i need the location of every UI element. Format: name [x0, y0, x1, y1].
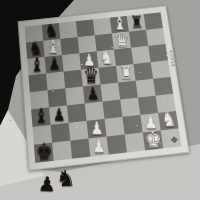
black-bishop-c8[interactable]: ♝ [28, 54, 46, 75]
square-d7[interactable] [46, 72, 65, 91]
square-f7[interactable]: ♟ [49, 105, 69, 124]
square-c7[interactable]: ♟ [45, 55, 64, 73]
black-pawn-c7[interactable]: ♟ [46, 52, 64, 73]
captured-black-pawn: ♟ [37, 172, 56, 197]
square-b6[interactable] [60, 37, 79, 55]
board-grid: ♞♝♜♞♝♛♝♟♟♞♛♜♟♝♟♟♟♞♚♟♚❖ [25, 12, 182, 163]
black-pawn-f7[interactable]: ♟ [50, 102, 69, 124]
white-queen-b3[interactable]: ♛ [113, 28, 132, 49]
square-b1[interactable] [146, 28, 166, 46]
square-e3[interactable] [118, 81, 138, 100]
dust-speckles-background [0, 0, 1, 1]
white-knight-c4[interactable]: ♞ [97, 46, 116, 67]
square-h8[interactable]: ♚ [34, 143, 54, 163]
square-h3[interactable] [125, 132, 145, 152]
square-c1[interactable] [148, 44, 168, 62]
black-rook-a2[interactable]: ♜ [127, 11, 145, 31]
square-h5[interactable]: ♟ [88, 137, 108, 157]
square-g3[interactable] [122, 115, 142, 135]
square-c8[interactable]: ♝ [27, 57, 46, 75]
square-f8[interactable]: ♝ [31, 107, 50, 126]
square-a1[interactable] [144, 12, 163, 30]
white-pawn-h5[interactable]: ♟ [89, 133, 108, 156]
photo-of-chessboard: ♞♝♜♞♝♛♝♟♟♞♛♜♟♝♟♟♟♞♚♟♚❖ CHESS ♟ ♞ [0, 0, 200, 200]
square-c6[interactable] [62, 53, 81, 71]
black-pawn-e5[interactable]: ♟ [84, 81, 103, 103]
square-d1[interactable] [151, 60, 171, 78]
square-d6[interactable] [64, 70, 83, 89]
square-e1[interactable] [153, 77, 173, 96]
square-h1[interactable]: ❖ [161, 128, 182, 148]
white-king-h2[interactable]: ♚ [143, 127, 163, 150]
square-a6[interactable] [59, 21, 78, 39]
square-a4[interactable] [93, 18, 112, 36]
white-knight-g1[interactable]: ♞ [159, 107, 179, 130]
square-g7[interactable] [51, 123, 71, 143]
square-h6[interactable] [70, 139, 90, 159]
square-e6[interactable] [65, 86, 84, 105]
chessboard: ♞♝♜♞♝♛♝♟♟♞♛♜♟♝♟♟♟♞♚♟♚❖ CHESS [18, 6, 190, 171]
square-g6[interactable] [69, 121, 89, 141]
square-f3[interactable] [120, 98, 140, 117]
square-h4[interactable] [107, 135, 127, 155]
black-king-h8[interactable]: ♚ [35, 139, 54, 162]
square-h7[interactable] [52, 141, 72, 161]
square-e5[interactable]: ♟ [83, 85, 103, 104]
black-bishop-f8[interactable]: ♝ [32, 104, 50, 126]
square-d3[interactable]: ♜ [116, 64, 136, 83]
square-a5[interactable] [76, 19, 95, 37]
white-rook-d3[interactable]: ♜ [117, 61, 136, 82]
captured-black-knight: ♞ [56, 166, 77, 192]
square-f6[interactable] [67, 103, 87, 122]
square-d8[interactable] [28, 73, 47, 92]
board-corner-crest-icon: ❖ [170, 136, 179, 146]
square-e4[interactable] [100, 83, 120, 102]
square-h2[interactable]: ♚ [143, 130, 164, 150]
